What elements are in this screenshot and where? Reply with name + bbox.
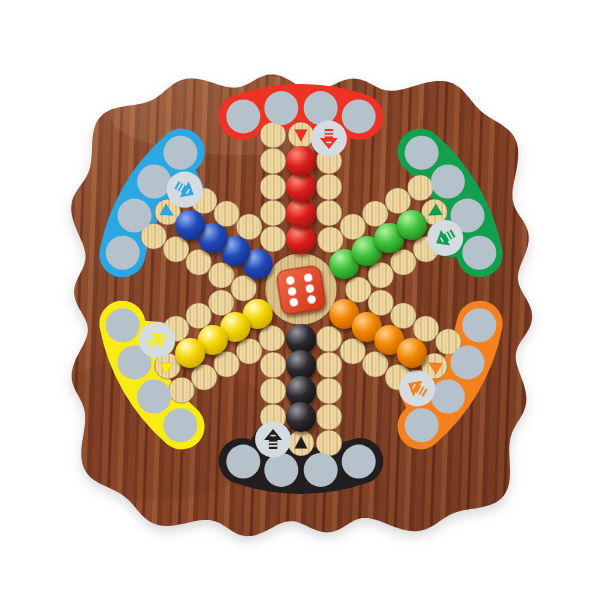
- orange-home-base-4: [405, 408, 439, 442]
- board-hole: [169, 377, 195, 403]
- board-hole: [208, 262, 234, 288]
- board-hole: [260, 378, 286, 404]
- black-home-base-2: [304, 453, 338, 487]
- red-home-base-3: [304, 91, 338, 125]
- board-hole: [260, 122, 286, 148]
- orange-home-base-3: [431, 380, 465, 414]
- red-marble-2[interactable]: [286, 198, 316, 228]
- red-home-base-4: [342, 99, 376, 133]
- yellow-home-base-4: [106, 308, 140, 342]
- board-hole: [259, 325, 285, 351]
- yellow-home-base-2: [137, 380, 171, 414]
- black-marble-1[interactable]: [286, 324, 316, 354]
- board-hole: [186, 303, 212, 329]
- board-hole: [236, 214, 262, 240]
- board-hole: [316, 430, 342, 456]
- black-marble-4[interactable]: [286, 402, 316, 432]
- board-hole: [316, 352, 342, 378]
- black-home-base-1: [342, 445, 376, 479]
- board-hole: [316, 200, 342, 226]
- blue-home-base-1: [106, 236, 140, 270]
- board-hole: [186, 249, 212, 275]
- board-hole: [316, 378, 342, 404]
- board-photo: [0, 0, 600, 600]
- board-hole: [316, 174, 342, 200]
- black-home-base-3: [264, 453, 298, 487]
- board-hole: [260, 148, 286, 174]
- board-hole: [385, 188, 411, 214]
- board-hole: [163, 236, 189, 262]
- board-hole: [191, 364, 217, 390]
- board-hole: [316, 404, 342, 430]
- red-home-base-1: [226, 99, 260, 133]
- board-hole: [390, 249, 416, 275]
- board-hole: [340, 338, 366, 364]
- red-marble-1[interactable]: [286, 224, 316, 254]
- blue-home-base-4: [163, 136, 197, 170]
- board-hole: [260, 352, 286, 378]
- orange-marble-4[interactable]: [397, 338, 427, 368]
- orange-home-base-1: [462, 308, 496, 342]
- board-hole: [260, 226, 286, 252]
- black-marble-2[interactable]: [286, 350, 316, 380]
- green-home-base-4: [462, 236, 496, 270]
- blue-marble-4[interactable]: [175, 210, 205, 240]
- die[interactable]: [276, 265, 326, 315]
- board-hole: [231, 275, 257, 301]
- board-hole: [316, 326, 342, 352]
- orange-home-base-2: [451, 345, 485, 379]
- board-hole: [362, 351, 388, 377]
- board-hole: [214, 201, 240, 227]
- board-hole: [260, 174, 286, 200]
- board-hole: [407, 175, 433, 201]
- die-face: [276, 265, 326, 315]
- board-hole: [368, 262, 394, 288]
- blue-home-base-3: [137, 165, 171, 199]
- yellow-home-base-1: [163, 408, 197, 442]
- red-home-base-2: [264, 91, 298, 125]
- board-hole: [214, 351, 240, 377]
- board-hole: [413, 316, 439, 342]
- board-hole: [208, 290, 234, 316]
- board-hole: [236, 338, 262, 364]
- red-marble-3[interactable]: [286, 172, 316, 202]
- green-home-base-1: [405, 136, 439, 170]
- board-hole: [260, 200, 286, 226]
- board-hole: [345, 277, 371, 303]
- board-hole: [317, 227, 343, 253]
- board-hole: [340, 214, 366, 240]
- yellow-marble-4[interactable]: [175, 338, 205, 368]
- ludo-board: [0, 0, 600, 600]
- board-hole: [390, 303, 416, 329]
- blue-home-base-2: [118, 199, 152, 233]
- board-hole: [362, 201, 388, 227]
- green-home-base-2: [431, 165, 465, 199]
- black-home-base-4: [226, 445, 260, 479]
- black-marble-3[interactable]: [286, 376, 316, 406]
- board-hole: [368, 290, 394, 316]
- green-marble-4[interactable]: [397, 210, 427, 240]
- red-marble-4[interactable]: [286, 146, 316, 176]
